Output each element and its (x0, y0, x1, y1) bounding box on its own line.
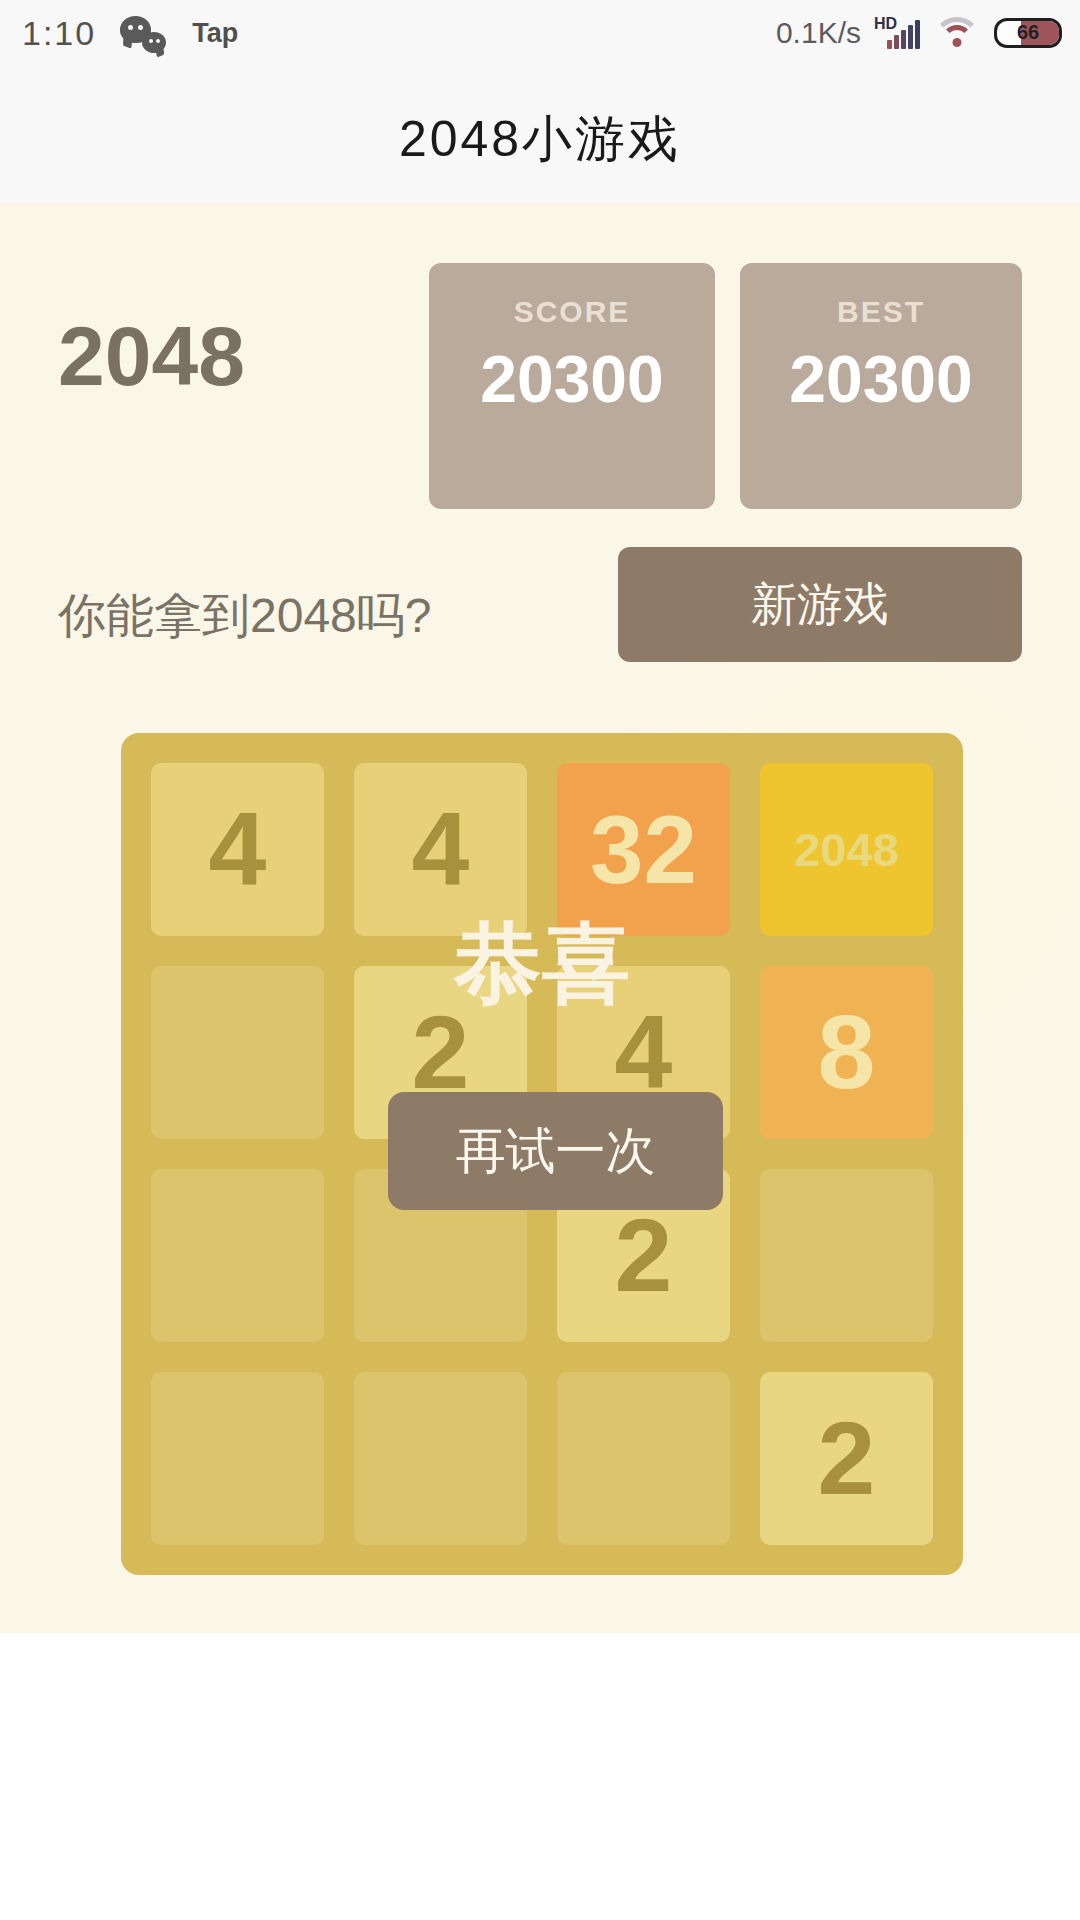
top-section: 1:10 Tap 0.1K/s HD (0, 0, 1080, 202)
wechat-icon (120, 13, 168, 53)
clock: 1:10 (22, 14, 96, 53)
new-game-button[interactable]: 新游戏 (618, 547, 1022, 662)
best-value: 20300 (740, 341, 1022, 417)
status-left: 1:10 Tap (22, 13, 238, 53)
try-again-button[interactable]: 再试一次 (388, 1092, 723, 1210)
congrats-message: 恭喜 (121, 905, 963, 1024)
score-box: SCORE 20300 (429, 263, 715, 509)
board-cell-empty (151, 1169, 324, 1342)
score-value: 20300 (429, 341, 715, 417)
status-bar: 1:10 Tap 0.1K/s HD (0, 0, 1080, 66)
battery-percent: 66 (997, 21, 1059, 44)
score-label: SCORE (429, 295, 715, 329)
page-title: 2048小游戏 (0, 106, 1080, 173)
board-cell-empty (557, 1372, 730, 1545)
game-logo: 2048 (58, 308, 245, 405)
board-cell-empty (151, 1372, 324, 1545)
board-cell-empty (354, 1372, 527, 1545)
game-area: 2048 SCORE 20300 BEST 20300 你能拿到2048吗? 新… (0, 202, 1080, 1633)
battery-icon: 66 (994, 18, 1062, 48)
tile-2: 2 (760, 1372, 933, 1545)
wechat-small-bubble (142, 32, 166, 53)
best-label: BEST (740, 295, 1022, 329)
board-cell-empty (760, 1169, 933, 1342)
best-box: BEST 20300 (740, 263, 1022, 509)
signal-strength-icon: HD (874, 15, 920, 51)
status-right: 0.1K/s HD 66 (776, 15, 1062, 51)
wifi-icon (933, 17, 981, 49)
network-speed: 0.1K/s (776, 16, 861, 50)
tagline: 你能拿到2048吗? (58, 584, 431, 648)
signal-bars-icon (887, 20, 920, 49)
screen: 1:10 Tap 0.1K/s HD (0, 0, 1080, 1920)
carrier-label: Tap (192, 18, 238, 49)
